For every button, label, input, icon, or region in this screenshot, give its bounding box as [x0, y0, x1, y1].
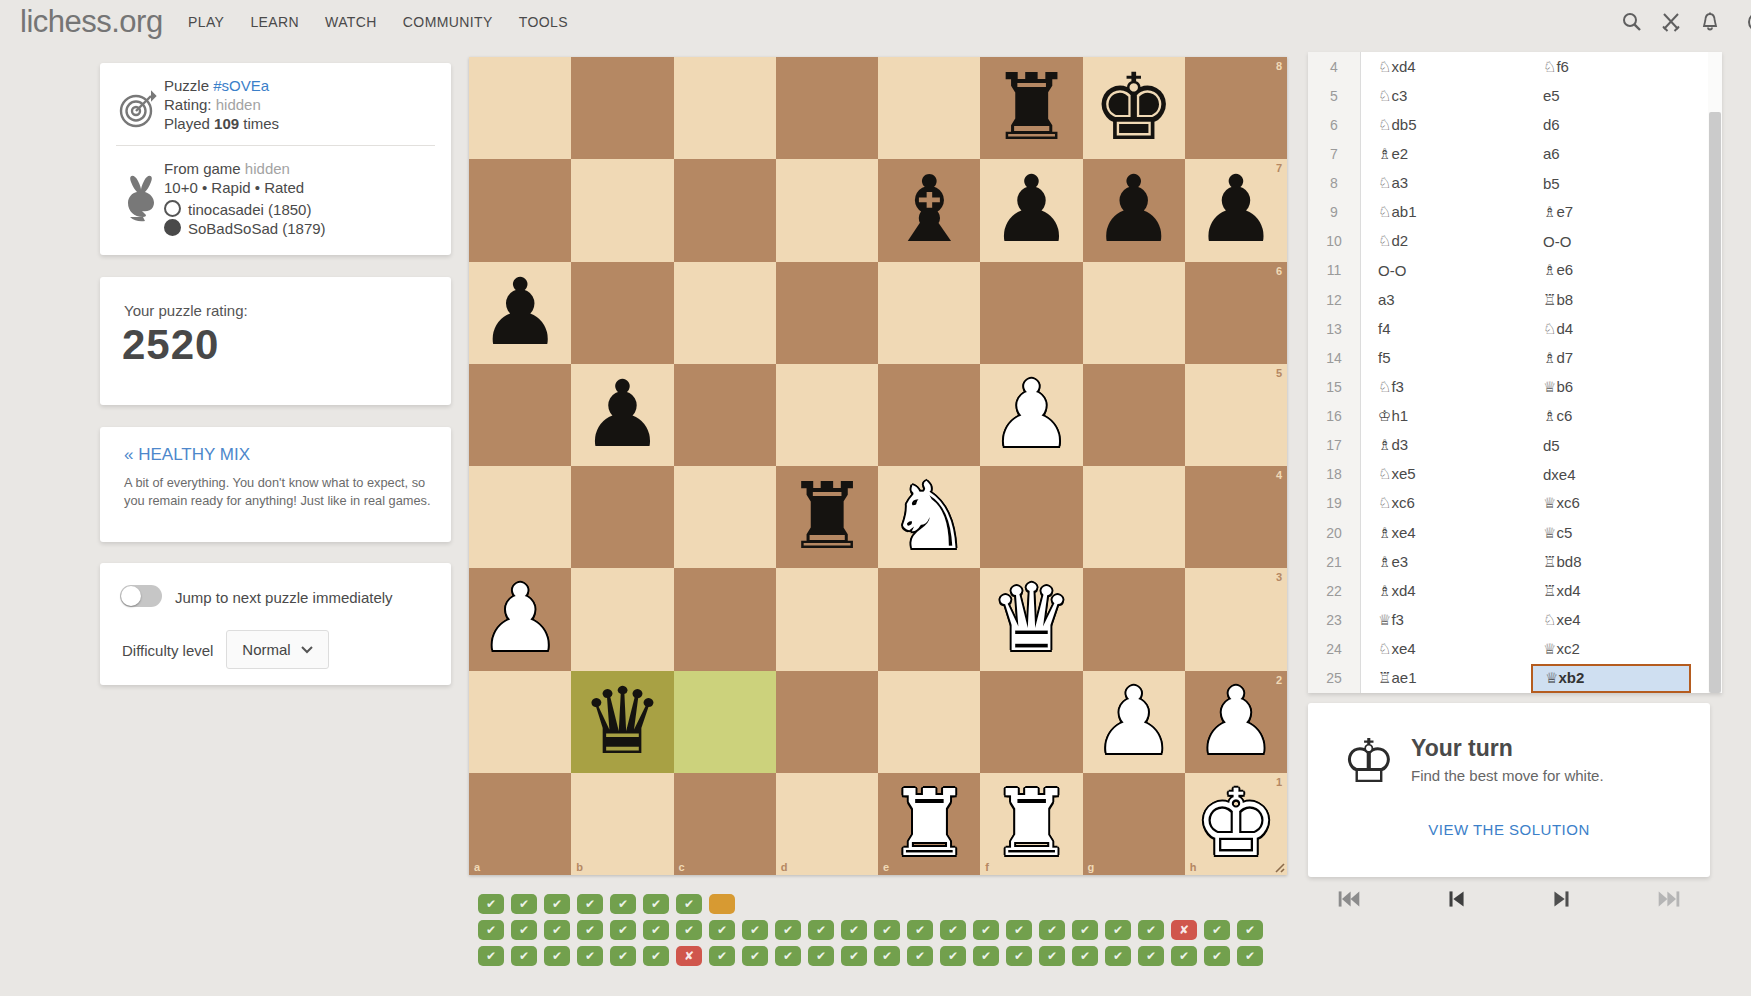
- move-row-23: 23♕f3♘xe4: [1308, 605, 1722, 634]
- theme-title-link[interactable]: « HEALTHY MIX: [124, 445, 250, 465]
- square-d4[interactable]: ♜: [776, 466, 878, 568]
- square-g6[interactable]: [1083, 262, 1185, 364]
- move-number-8: 8: [1308, 169, 1361, 198]
- nav-tools[interactable]: TOOLS: [519, 14, 568, 30]
- move-number-25: 25: [1308, 664, 1361, 693]
- square-c3[interactable]: [674, 568, 776, 670]
- nav-learn[interactable]: LEARN: [250, 14, 299, 30]
- square-c1[interactable]: c: [674, 773, 776, 875]
- square-g3[interactable]: [1083, 568, 1185, 670]
- move-row-16: 16♔h1♗c6: [1308, 402, 1722, 431]
- history-win-2-13[interactable]: ✔: [874, 920, 900, 940]
- puzzle-settings-card: Jump to next puzzle immediately Difficul…: [100, 563, 451, 685]
- black-player-name: SoBadSoSad (1879): [188, 220, 326, 237]
- history-win-3-24[interactable]: ✔: [1237, 946, 1263, 966]
- move-number-6: 6: [1308, 110, 1361, 139]
- piece-black-pawn-b5[interactable]: ♟: [571, 364, 673, 466]
- move-number-15: 15: [1308, 372, 1361, 401]
- puzzle-rating-value: 2520: [122, 321, 219, 369]
- history-win-3-9[interactable]: ✔: [742, 946, 768, 966]
- history-fail-2-22[interactable]: ✘: [1171, 920, 1197, 940]
- move-12-white[interactable]: a3: [1361, 291, 1531, 308]
- file-label-d: d: [781, 861, 788, 873]
- move-list-scrollbar-track[interactable]: [1708, 52, 1722, 693]
- move-number-23: 23: [1308, 605, 1361, 634]
- move-row-10: 10♘d2O-O: [1308, 227, 1722, 256]
- piece-white-pawn-a3[interactable]: ♟: [469, 568, 571, 670]
- move-number-13: 13: [1308, 314, 1361, 343]
- header-icons: [1620, 10, 1751, 34]
- square-f2[interactable]: [980, 671, 1082, 773]
- square-d8[interactable]: [776, 57, 878, 159]
- move-23-white[interactable]: ♕f3: [1361, 611, 1531, 629]
- piece-black-pawn-f7[interactable]: ♟: [980, 159, 1082, 261]
- crossed-swords-icon[interactable]: [1659, 10, 1683, 34]
- file-label-e: e: [883, 861, 889, 873]
- history-win-2-24[interactable]: ✔: [1237, 920, 1263, 940]
- move-14-black[interactable]: ♗d7: [1531, 343, 1691, 372]
- history-fail-3-7[interactable]: ✘: [676, 946, 702, 966]
- move-16-black[interactable]: ♗c6: [1531, 402, 1691, 431]
- white-player-name: tinocasadei (1850): [188, 201, 311, 218]
- square-e2[interactable]: [878, 671, 980, 773]
- user-avatar-icon[interactable]: [1737, 10, 1751, 34]
- history-win-3-14[interactable]: ✔: [907, 946, 933, 966]
- piece-white-pawn-f5[interactable]: ♟: [980, 364, 1082, 466]
- file-label-c: c: [679, 861, 685, 873]
- history-win-3-1[interactable]: ✔: [478, 946, 504, 966]
- file-label-h: h: [1190, 861, 1197, 873]
- played-suffix: times: [239, 115, 279, 132]
- piece-black-king-g8[interactable]: ♚: [1083, 57, 1185, 159]
- square-g5[interactable]: [1083, 364, 1185, 466]
- move-10-white[interactable]: ♘d2: [1361, 232, 1531, 250]
- square-b6[interactable]: [571, 262, 673, 364]
- square-e3[interactable]: [878, 568, 980, 670]
- square-h2[interactable]: ♟2: [1185, 671, 1287, 773]
- square-g8[interactable]: ♚: [1083, 57, 1185, 159]
- piece-black-bishop-e7[interactable]: ♝: [878, 159, 980, 261]
- history-win-2-12[interactable]: ✔: [841, 920, 867, 940]
- move-number-22: 22: [1308, 576, 1361, 605]
- history-win-3-17[interactable]: ✔: [1006, 946, 1032, 966]
- square-d1[interactable]: d: [776, 773, 878, 875]
- card-divider: [116, 145, 435, 146]
- square-d6[interactable]: [776, 262, 878, 364]
- square-f1[interactable]: ♜f: [980, 773, 1082, 875]
- file-label-a: a: [474, 861, 480, 873]
- move-row-7: 7♗e2a6: [1308, 139, 1722, 168]
- file-label-f: f: [985, 861, 989, 873]
- move-row-25: 25♖ae1♕xb2: [1308, 664, 1722, 693]
- square-d2[interactable]: [776, 671, 878, 773]
- piece-black-pawn-a6[interactable]: ♟: [469, 262, 571, 364]
- move-19-white[interactable]: ♘xc6: [1361, 494, 1531, 512]
- move-row-12: 12a3♖b8: [1308, 285, 1722, 314]
- history-win-2-16[interactable]: ✔: [973, 920, 999, 940]
- square-a1[interactable]: a: [469, 773, 571, 875]
- move-number-19: 19: [1308, 489, 1361, 518]
- move-number-18: 18: [1308, 460, 1361, 489]
- square-d7[interactable]: [776, 159, 878, 261]
- move-4-black[interactable]: ♘f6: [1531, 52, 1691, 81]
- piece-white-pawn-g2[interactable]: ♟: [1083, 671, 1185, 773]
- history-win-2-14[interactable]: ✔: [907, 920, 933, 940]
- history-win-2-11[interactable]: ✔: [808, 920, 834, 940]
- board-resize-handle[interactable]: [1271, 859, 1285, 873]
- black-player-row: SoBadSoSad (1879): [164, 219, 326, 238]
- history-row-3: ✔✔✔✔✔✔✘✔✔✔✔✔✔✔✔✔✔✔✔✔✔✔✔✔: [478, 946, 1263, 966]
- history-row-2: ✔✔✔✔✔✔✔✔✔✔✔✔✔✔✔✔✔✔✔✔✔✘✔✔: [478, 920, 1263, 940]
- move-13-white[interactable]: f4: [1361, 320, 1531, 337]
- move-10-black[interactable]: O-O: [1531, 227, 1691, 256]
- view-solution-link[interactable]: VIEW THE SOLUTION: [1308, 821, 1710, 838]
- move-11-white[interactable]: O-O: [1361, 262, 1531, 279]
- history-win-3-22[interactable]: ✔: [1171, 946, 1197, 966]
- history-win-2-3[interactable]: ✔: [544, 920, 570, 940]
- square-g7[interactable]: ♟: [1083, 159, 1185, 261]
- square-g1[interactable]: g: [1083, 773, 1185, 875]
- difficulty-value: Normal: [242, 641, 290, 658]
- square-e8[interactable]: [878, 57, 980, 159]
- move-19-black[interactable]: ♕xc6: [1531, 489, 1691, 518]
- move-row-24: 24♘xe4♕xc2: [1308, 635, 1722, 664]
- history-win-1-4[interactable]: ✔: [577, 894, 603, 914]
- move-7-black[interactable]: a6: [1531, 139, 1691, 168]
- history-win-2-21[interactable]: ✔: [1138, 920, 1164, 940]
- square-e5[interactable]: [878, 364, 980, 466]
- move-row-20: 20♗xe4♕c5: [1308, 518, 1722, 547]
- move-number-7: 7: [1308, 139, 1361, 168]
- square-c6[interactable]: [674, 262, 776, 364]
- first-move-button[interactable]: [1334, 886, 1364, 912]
- move-20-white[interactable]: ♗xe4: [1361, 524, 1531, 542]
- nav-watch[interactable]: WATCH: [325, 14, 377, 30]
- move-12-black[interactable]: ♖b8: [1531, 285, 1691, 314]
- square-e7[interactable]: ♝: [878, 159, 980, 261]
- move-number-20: 20: [1308, 518, 1361, 547]
- move-5-black[interactable]: e5: [1531, 81, 1691, 110]
- rank-label-4: 4: [1276, 469, 1282, 481]
- rank-label-6: 6: [1276, 265, 1282, 277]
- move-row-6: 6♘db5d6: [1308, 110, 1722, 139]
- nav-play[interactable]: PLAY: [188, 14, 224, 30]
- square-c4[interactable]: [674, 466, 776, 568]
- move-list-panel: 4♘xd4♘f65♘c3e56♘db5d67♗e2a68♘a3b59♘ab1♗e…: [1308, 52, 1722, 693]
- move-number-10: 10: [1308, 227, 1361, 256]
- puzzle-played-line: Played 109 times: [164, 114, 279, 133]
- square-b5[interactable]: ♟: [571, 364, 673, 466]
- move-list: 4♘xd4♘f65♘c3e56♘db5d67♗e2a68♘a3b59♘ab1♗e…: [1308, 52, 1722, 693]
- square-d5[interactable]: [776, 364, 878, 466]
- history-current-1-8[interactable]: [709, 894, 735, 914]
- history-win-2-6[interactable]: ✔: [643, 920, 669, 940]
- puzzle-rating-label: Your puzzle rating:: [124, 301, 248, 320]
- chevron-down-icon: [301, 646, 313, 654]
- history-win-2-4[interactable]: ✔: [577, 920, 603, 940]
- history-win-1-1[interactable]: ✔: [478, 894, 504, 914]
- piece-black-rook-d4[interactable]: ♜: [776, 466, 878, 568]
- move-9-white[interactable]: ♘ab1: [1361, 203, 1531, 221]
- history-win-3-6[interactable]: ✔: [643, 946, 669, 966]
- square-a7[interactable]: [469, 159, 571, 261]
- move-22-white[interactable]: ♗xd4: [1361, 582, 1531, 600]
- piece-white-rook-e1[interactable]: ♜: [878, 773, 980, 875]
- move-20-black[interactable]: ♕c5: [1531, 518, 1691, 547]
- move-6-white[interactable]: ♘db5: [1361, 116, 1531, 134]
- move-row-8: 8♘a3b5: [1308, 169, 1722, 198]
- from-game-label: From game: [164, 160, 245, 177]
- black-player-disc-icon: [164, 219, 181, 236]
- move-24-white[interactable]: ♘xe4: [1361, 640, 1531, 658]
- move-17-black[interactable]: d5: [1531, 431, 1691, 460]
- move-number-21: 21: [1308, 547, 1361, 576]
- move-number-24: 24: [1308, 635, 1361, 664]
- move-8-black[interactable]: b5: [1531, 169, 1691, 198]
- square-e6[interactable]: [878, 262, 980, 364]
- history-win-2-5[interactable]: ✔: [610, 920, 636, 940]
- nav-community[interactable]: COMMUNITY: [403, 14, 493, 30]
- piece-white-knight-e4[interactable]: ♞: [878, 466, 980, 568]
- move-24-black[interactable]: ♕xc2: [1531, 635, 1691, 664]
- move-number-5: 5: [1308, 81, 1361, 110]
- square-c7[interactable]: [674, 159, 776, 261]
- previous-move-button[interactable]: [1441, 886, 1471, 912]
- square-c2[interactable]: [674, 671, 776, 773]
- puzzle-label: Puzzle: [164, 77, 213, 94]
- square-h3[interactable]: 3: [1185, 568, 1287, 670]
- square-h1[interactable]: ♚1h: [1185, 773, 1287, 875]
- history-win-2-19[interactable]: ✔: [1072, 920, 1098, 940]
- piece-white-rook-f1[interactable]: ♜: [980, 773, 1082, 875]
- square-h5[interactable]: 5: [1185, 364, 1287, 466]
- square-f6[interactable]: [980, 262, 1082, 364]
- move-row-13: 13f4♘d4: [1308, 314, 1722, 343]
- square-c5[interactable]: [674, 364, 776, 466]
- move-21-white[interactable]: ♗e3: [1361, 553, 1531, 571]
- move-number-9: 9: [1308, 198, 1361, 227]
- move-row-9: 9♘ab1♗e7: [1308, 198, 1722, 227]
- square-h7[interactable]: ♟7: [1185, 159, 1287, 261]
- move-22-black[interactable]: ♖xd4: [1531, 576, 1691, 605]
- piece-black-pawn-g7[interactable]: ♟: [1083, 159, 1185, 261]
- square-a3[interactable]: ♟: [469, 568, 571, 670]
- rank-label-3: 3: [1276, 571, 1282, 583]
- time-control-line: 10+0 • Rapid • Rated: [164, 178, 304, 197]
- move-row-22: 22♗xd4♖xd4: [1308, 576, 1722, 605]
- history-win-3-19[interactable]: ✔: [1072, 946, 1098, 966]
- history-win-3-10[interactable]: ✔: [775, 946, 801, 966]
- played-count: 109: [214, 115, 239, 132]
- square-b3[interactable]: [571, 568, 673, 670]
- history-win-3-13[interactable]: ✔: [874, 946, 900, 966]
- history-win-3-12[interactable]: ✔: [841, 946, 867, 966]
- move-number-14: 14: [1308, 343, 1361, 372]
- jump-next-toggle[interactable]: [120, 585, 162, 607]
- last-move-button[interactable]: [1654, 886, 1684, 912]
- square-f4[interactable]: [980, 466, 1082, 568]
- move-row-14: 14f5♗d7: [1308, 343, 1722, 372]
- history-win-2-18[interactable]: ✔: [1039, 920, 1065, 940]
- square-a8[interactable]: [469, 57, 571, 159]
- history-win-3-3[interactable]: ✔: [544, 946, 570, 966]
- move-9-black[interactable]: ♗e7: [1531, 198, 1691, 227]
- move-number-12: 12: [1308, 285, 1361, 314]
- history-win-3-21[interactable]: ✔: [1138, 946, 1164, 966]
- search-icon[interactable]: [1620, 10, 1644, 34]
- history-row-1: ✔✔✔✔✔✔✔: [478, 894, 735, 914]
- piece-black-rook-f8[interactable]: ♜: [980, 57, 1082, 159]
- move-25-white[interactable]: ♖ae1: [1361, 669, 1531, 687]
- move-25-black-current[interactable]: ♕xb2: [1531, 664, 1691, 693]
- square-b2[interactable]: ♛: [571, 671, 673, 773]
- square-a6[interactable]: ♟: [469, 262, 571, 364]
- move-23-black[interactable]: ♘xe4: [1531, 605, 1691, 634]
- move-number-11: 11: [1308, 256, 1361, 285]
- puzzle-theme-card: « HEALTHY MIX A bit of everything. You d…: [100, 427, 451, 542]
- move-14-white[interactable]: f5: [1361, 349, 1531, 366]
- move-list-scrollbar-thumb[interactable]: [1709, 112, 1721, 693]
- from-game-line: From game hidden: [164, 159, 290, 178]
- move-4-white[interactable]: ♘xd4: [1361, 58, 1531, 76]
- square-g2[interactable]: ♟: [1083, 671, 1185, 773]
- next-move-button[interactable]: [1547, 886, 1577, 912]
- piece-white-queen-f3[interactable]: ♛: [980, 568, 1082, 670]
- history-win-2-8[interactable]: ✔: [709, 920, 735, 940]
- move-row-5: 5♘c3e5: [1308, 81, 1722, 110]
- your-turn-card: ♔ Your turn Find the best move for white…: [1308, 703, 1710, 877]
- history-win-3-16[interactable]: ✔: [973, 946, 999, 966]
- your-turn-subtitle: Find the best move for white.: [1411, 767, 1604, 784]
- history-win-1-7[interactable]: ✔: [676, 894, 702, 914]
- lichess-logo[interactable]: lichess.org: [20, 4, 163, 40]
- top-nav: PLAY LEARN WATCH COMMUNITY TOOLS: [188, 14, 568, 30]
- history-win-3-23[interactable]: ✔: [1204, 946, 1230, 966]
- history-win-1-5[interactable]: ✔: [610, 894, 636, 914]
- move-8-white[interactable]: ♘a3: [1361, 174, 1531, 192]
- square-a2[interactable]: [469, 671, 571, 773]
- move-row-18: 18♘xe5dxe4: [1308, 460, 1722, 489]
- rank-label-8: 8: [1276, 60, 1282, 72]
- move-6-black[interactable]: d6: [1531, 110, 1691, 139]
- history-win-3-20[interactable]: ✔: [1105, 946, 1131, 966]
- history-win-3-18[interactable]: ✔: [1039, 946, 1065, 966]
- rank-label-2: 2: [1276, 674, 1282, 686]
- move-row-15: 15♘f3♕b6: [1308, 372, 1722, 401]
- rating-hidden-value: hidden: [216, 96, 261, 113]
- square-a5[interactable]: [469, 364, 571, 466]
- square-h6[interactable]: 6: [1185, 262, 1287, 364]
- history-win-1-3[interactable]: ✔: [544, 894, 570, 914]
- square-f3[interactable]: ♛: [980, 568, 1082, 670]
- square-a4[interactable]: [469, 466, 571, 568]
- move-15-white[interactable]: ♘f3: [1361, 378, 1531, 396]
- piece-black-pawn-h7[interactable]: ♟: [1185, 159, 1287, 261]
- white-player-disc-icon: [164, 200, 181, 217]
- history-win-1-6[interactable]: ✔: [643, 894, 669, 914]
- history-win-2-23[interactable]: ✔: [1204, 920, 1230, 940]
- move-row-21: 21♗e3♖bd8: [1308, 547, 1722, 576]
- history-win-2-17[interactable]: ✔: [1006, 920, 1032, 940]
- piece-white-pawn-h2[interactable]: ♟: [1185, 671, 1287, 773]
- square-h8[interactable]: 8: [1185, 57, 1287, 159]
- square-g4[interactable]: [1083, 466, 1185, 568]
- square-f7[interactable]: ♟: [980, 159, 1082, 261]
- puzzle-rating-card: Your puzzle rating: 2520: [100, 277, 451, 405]
- square-e4[interactable]: ♞: [878, 466, 980, 568]
- square-h4[interactable]: 4: [1185, 466, 1287, 568]
- rating-label: Rating:: [164, 96, 216, 113]
- history-win-3-11[interactable]: ✔: [808, 946, 834, 966]
- your-turn-title: Your turn: [1411, 735, 1513, 762]
- square-b8[interactable]: [571, 57, 673, 159]
- difficulty-label: Difficulty level: [122, 641, 213, 660]
- move-18-white[interactable]: ♘xe5: [1361, 465, 1531, 483]
- history-win-3-8[interactable]: ✔: [709, 946, 735, 966]
- history-win-3-15[interactable]: ✔: [940, 946, 966, 966]
- file-label-g: g: [1088, 861, 1095, 873]
- move-number-17: 17: [1308, 431, 1361, 460]
- white-king-icon: ♔: [1342, 731, 1396, 791]
- history-win-2-20[interactable]: ✔: [1105, 920, 1131, 940]
- move-number-4: 4: [1308, 52, 1361, 81]
- history-win-2-10[interactable]: ✔: [775, 920, 801, 940]
- square-b1[interactable]: b: [571, 773, 673, 875]
- move-17-white[interactable]: ♗d3: [1361, 436, 1531, 454]
- puzzle-title-line: Puzzle #sOVEa: [164, 76, 269, 95]
- square-f5[interactable]: ♟: [980, 364, 1082, 466]
- square-f8[interactable]: ♜: [980, 57, 1082, 159]
- history-win-1-2[interactable]: ✔: [511, 894, 537, 914]
- file-label-b: b: [576, 861, 583, 873]
- move-16-white[interactable]: ♔h1: [1361, 407, 1531, 425]
- history-win-3-5[interactable]: ✔: [610, 946, 636, 966]
- history-win-3-4[interactable]: ✔: [577, 946, 603, 966]
- rank-label-7: 7: [1276, 162, 1282, 174]
- square-d3[interactable]: [776, 568, 878, 670]
- jump-next-label: Jump to next puzzle immediately: [175, 588, 393, 607]
- move-18-black[interactable]: dxe4: [1531, 460, 1691, 489]
- chess-board[interactable]: ♜♚8♝♟♟♟7♟6♟♟5♜♞4♟♛3♛♟♟2abcd♜e♜fg♚1h: [469, 57, 1287, 875]
- header: lichess.org PLAY LEARN WATCH COMMUNITY T…: [0, 0, 1751, 45]
- square-c8[interactable]: [674, 57, 776, 159]
- history-win-2-7[interactable]: ✔: [676, 920, 702, 940]
- history-win-2-1[interactable]: ✔: [478, 920, 504, 940]
- move-21-black[interactable]: ♖bd8: [1531, 547, 1691, 576]
- white-player-row: tinocasadei (1850): [164, 200, 311, 219]
- history-win-2-9[interactable]: ✔: [742, 920, 768, 940]
- move-7-white[interactable]: ♗e2: [1361, 145, 1531, 163]
- difficulty-select[interactable]: Normal: [226, 630, 329, 669]
- history-win-2-2[interactable]: ✔: [511, 920, 537, 940]
- puzzle-id-link[interactable]: #sOVEa: [213, 77, 269, 94]
- square-e1[interactable]: ♜e: [878, 773, 980, 875]
- move-13-black[interactable]: ♘d4: [1531, 314, 1691, 343]
- move-5-white[interactable]: ♘c3: [1361, 87, 1531, 105]
- square-b7[interactable]: [571, 159, 673, 261]
- move-15-black[interactable]: ♕b6: [1531, 372, 1691, 401]
- rank-label-5: 5: [1276, 367, 1282, 379]
- piece-black-queen-b2[interactable]: ♛: [571, 671, 673, 773]
- move-row-4: 4♘xd4♘f6: [1308, 52, 1722, 81]
- move-11-black[interactable]: ♗e6: [1531, 256, 1691, 285]
- move-row-19: 19♘xc6♕xc6: [1308, 489, 1722, 518]
- history-win-2-15[interactable]: ✔: [940, 920, 966, 940]
- history-win-3-2[interactable]: ✔: [511, 946, 537, 966]
- rapid-rabbit-icon: [124, 175, 162, 225]
- bell-icon[interactable]: [1698, 10, 1722, 34]
- square-b4[interactable]: [571, 466, 673, 568]
